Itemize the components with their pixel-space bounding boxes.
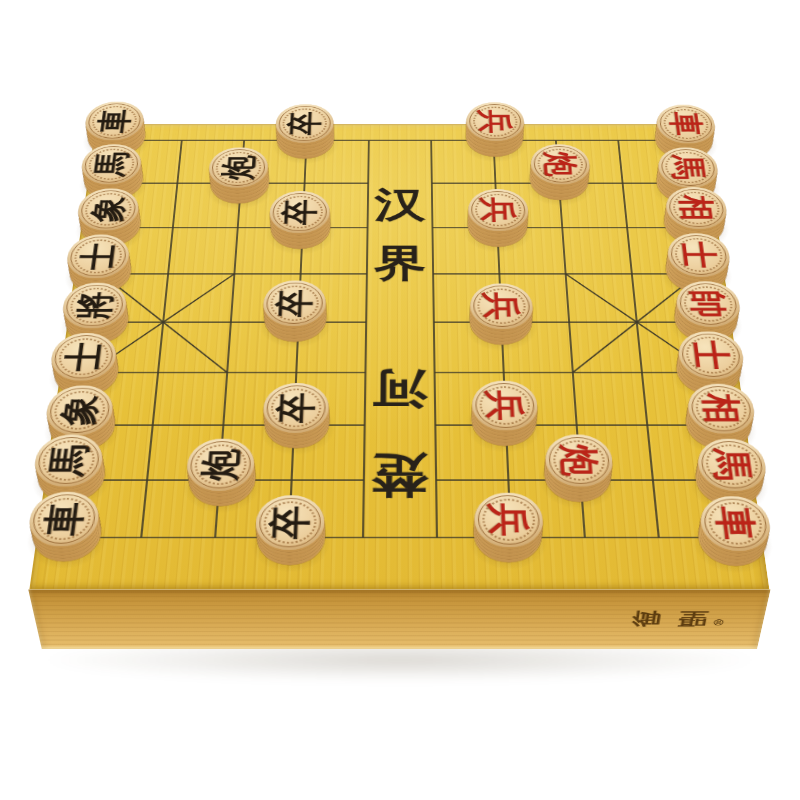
piece-red-cannon[interactable]: 炮	[543, 452, 613, 504]
piece-top-face: 兵	[472, 381, 539, 431]
piece-red-cannon[interactable]: 炮	[529, 162, 590, 202]
piece-glyph: 車	[667, 112, 705, 136]
piece-glyph: 卒	[275, 393, 316, 424]
piece-glyph: 卒	[275, 289, 314, 317]
piece-red-chariot[interactable]: 車	[695, 513, 770, 568]
piece-glyph: 士	[62, 342, 105, 371]
piece-glyph: 馬	[92, 152, 131, 177]
piece-glyph: 車	[41, 502, 87, 535]
brand-label: 御聖®	[631, 607, 729, 629]
piece-glyph: 馬	[46, 444, 91, 476]
piece-glyph: 兵	[487, 503, 530, 536]
piece-black-cannon[interactable]: 炮	[209, 165, 270, 205]
scene: 汉 界 河 楚 車馬象士將士象馬車炮炮卒卒卒卒卒兵兵兵兵兵炮炮車馬相士帥士相馬車…	[0, 0, 800, 800]
piece-glyph: 兵	[477, 110, 513, 134]
piece-glyph: 卒	[281, 199, 319, 225]
piece-glyph: 兵	[482, 292, 521, 320]
piece-glyph: 兵	[479, 197, 517, 223]
product-photo-stage: 汉 界 河 楚 車馬象士將士象馬車炮炮卒卒卒卒卒兵兵兵兵兵炮炮車馬相士帥士相馬車…	[0, 0, 800, 800]
piece-black-chariot[interactable]: 車	[30, 509, 105, 563]
piece-glyph: 車	[95, 109, 133, 133]
piece-glyph: 炮	[542, 152, 580, 177]
piece-black-cannon[interactable]: 炮	[187, 456, 257, 508]
piece-glyph: 帥	[687, 290, 729, 318]
piece-glyph: 卒	[268, 506, 311, 540]
piece-red-soldier[interactable]: 兵	[471, 398, 537, 448]
piece-glyph: 炮	[220, 155, 258, 180]
piece-black-soldier[interactable]: 卒	[264, 400, 331, 450]
piece-red-soldier[interactable]: 兵	[473, 510, 543, 564]
piece-black-soldier[interactable]: 卒	[276, 122, 335, 161]
piece-red-soldier[interactable]: 兵	[467, 207, 528, 249]
piece-glyph: 馬	[669, 155, 708, 180]
piece-layer: 車馬象士將士象馬車炮炮卒卒卒卒卒兵兵兵兵兵炮炮車馬相士帥士相馬車	[29, 124, 769, 589]
piece-top-face: 兵	[468, 189, 530, 231]
registered-mark: ®	[711, 617, 726, 626]
piece-glyph: 士	[678, 242, 719, 269]
piece-glyph: 士	[690, 341, 733, 370]
piece-glyph: 相	[699, 393, 743, 424]
piece-top-face: 兵	[474, 493, 544, 548]
piece-glyph: 炮	[199, 449, 242, 481]
piece-glyph: 馬	[709, 449, 754, 481]
piece-glyph: 卒	[287, 112, 323, 136]
piece-black-soldier[interactable]: 卒	[263, 298, 327, 344]
piece-top-face: 兵	[470, 283, 534, 329]
piece-black-soldier[interactable]: 卒	[256, 512, 326, 567]
piece-glyph: 兵	[484, 390, 525, 421]
piece-glyph: 車	[712, 507, 758, 541]
piece-top-face: 兵	[466, 102, 525, 141]
piece-red-soldier[interactable]: 兵	[469, 301, 533, 347]
piece-glyph: 象	[58, 395, 102, 426]
piece-glyph: 將	[74, 291, 116, 319]
piece-red-soldier[interactable]: 兵	[465, 120, 524, 159]
piece-glyph: 士	[78, 243, 119, 270]
xiangqi-board: 汉 界 河 楚 車馬象士將士象馬車炮炮卒卒卒卒卒兵兵兵兵兵炮炮車馬相士帥士相馬車…	[29, 124, 769, 589]
piece-black-soldier[interactable]: 卒	[270, 209, 331, 251]
piece-glyph: 象	[88, 196, 128, 222]
board-front-face: 御聖®	[28, 590, 770, 649]
piece-glyph: 炮	[558, 444, 601, 476]
piece-glyph: 相	[676, 195, 716, 221]
